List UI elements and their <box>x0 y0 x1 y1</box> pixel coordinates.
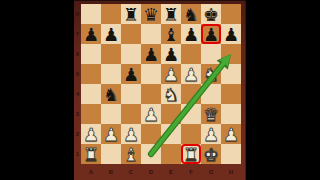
square-e2[interactable] <box>161 124 181 144</box>
square-d1[interactable] <box>141 144 161 164</box>
black-rook: ♜ <box>121 4 141 24</box>
black-knight: ♞ <box>181 4 201 24</box>
white-pawn: ♟ <box>201 124 221 144</box>
black-king: ♚ <box>201 4 221 24</box>
square-b8[interactable] <box>101 4 121 24</box>
square-f7[interactable]: ♟ <box>181 24 201 44</box>
square-c1[interactable]: ♝ <box>121 144 141 164</box>
white-pawn: ♟ <box>101 124 121 144</box>
square-a4[interactable] <box>81 84 101 104</box>
square-f2[interactable] <box>181 124 201 144</box>
square-g7[interactable]: ♟ <box>201 24 221 44</box>
file-label-a: A <box>81 164 101 180</box>
square-c6[interactable] <box>121 44 141 64</box>
square-f5[interactable]: ♟ <box>181 64 201 84</box>
black-pawn: ♟ <box>161 44 181 64</box>
white-king: ♚ <box>201 144 221 164</box>
square-e7[interactable]: ♝ <box>161 24 181 44</box>
square-h3[interactable] <box>221 104 241 124</box>
white-pawn: ♟ <box>181 64 201 84</box>
square-b5[interactable] <box>101 64 121 84</box>
square-a7[interactable]: ♟ <box>81 24 101 44</box>
rank-label-6: 6 <box>74 44 81 64</box>
square-f6[interactable] <box>181 44 201 64</box>
chess-board-frame: 87654321 ♜♛♜♞♚♟♟♝♟♟♟♟♟♟♟♟♞♞♞♟♛♟♟♟♟♟♜♝♜♚ … <box>74 0 246 180</box>
square-f1[interactable]: ♜ <box>181 144 201 164</box>
square-c4[interactable] <box>121 84 141 104</box>
white-knight: ♞ <box>201 64 221 84</box>
square-e1[interactable] <box>161 144 181 164</box>
square-c2[interactable]: ♟ <box>121 124 141 144</box>
file-label-b: B <box>101 164 121 180</box>
square-h5[interactable] <box>221 64 241 84</box>
video-frame: 87654321 ♜♛♜♞♚♟♟♝♟♟♟♟♟♟♟♟♞♞♞♟♛♟♟♟♟♟♜♝♜♚ … <box>0 0 320 180</box>
white-bishop: ♝ <box>121 144 141 164</box>
square-g4[interactable] <box>201 84 221 104</box>
square-e8[interactable]: ♜ <box>161 4 181 24</box>
square-e6[interactable]: ♟ <box>161 44 181 64</box>
square-a6[interactable] <box>81 44 101 64</box>
black-pawn: ♟ <box>141 44 161 64</box>
white-pawn: ♟ <box>221 124 241 144</box>
square-d8[interactable]: ♛ <box>141 4 161 24</box>
chess-board: ♜♛♜♞♚♟♟♝♟♟♟♟♟♟♟♟♞♞♞♟♛♟♟♟♟♟♜♝♜♚ <box>81 4 241 164</box>
rank-label-3: 3 <box>74 104 81 124</box>
square-h2[interactable]: ♟ <box>221 124 241 144</box>
square-e3[interactable] <box>161 104 181 124</box>
white-knight: ♞ <box>161 84 181 104</box>
rank-label-2: 2 <box>74 124 81 144</box>
white-pawn: ♟ <box>141 104 161 124</box>
black-pawn: ♟ <box>121 64 141 84</box>
white-rook: ♜ <box>81 144 101 164</box>
square-f4[interactable] <box>181 84 201 104</box>
square-b2[interactable]: ♟ <box>101 124 121 144</box>
black-pawn: ♟ <box>221 24 241 44</box>
white-pawn: ♟ <box>121 124 141 144</box>
square-e5[interactable]: ♟ <box>161 64 181 84</box>
black-pawn: ♟ <box>101 24 121 44</box>
square-b4[interactable]: ♞ <box>101 84 121 104</box>
black-pawn: ♟ <box>201 24 221 44</box>
square-d5[interactable] <box>141 64 161 84</box>
square-f8[interactable]: ♞ <box>181 4 201 24</box>
square-h6[interactable] <box>221 44 241 64</box>
square-d4[interactable] <box>141 84 161 104</box>
file-label-d: D <box>141 164 161 180</box>
square-f3[interactable] <box>181 104 201 124</box>
square-c7[interactable] <box>121 24 141 44</box>
file-labels: ABCDEFGH <box>81 164 241 180</box>
rank-labels: 87654321 <box>74 4 81 164</box>
square-g3[interactable]: ♛ <box>201 104 221 124</box>
square-a1[interactable]: ♜ <box>81 144 101 164</box>
square-a8[interactable] <box>81 4 101 24</box>
rank-label-1: 1 <box>74 144 81 164</box>
white-queen: ♛ <box>201 104 221 124</box>
white-rook: ♜ <box>181 144 201 164</box>
square-d7[interactable] <box>141 24 161 44</box>
square-g5[interactable]: ♞ <box>201 64 221 84</box>
square-g2[interactable]: ♟ <box>201 124 221 144</box>
file-label-e: E <box>161 164 181 180</box>
square-b7[interactable]: ♟ <box>101 24 121 44</box>
square-g6[interactable] <box>201 44 221 64</box>
square-b1[interactable] <box>101 144 121 164</box>
file-label-g: G <box>201 164 221 180</box>
square-d6[interactable]: ♟ <box>141 44 161 64</box>
file-label-f: F <box>181 164 201 180</box>
file-label-c: C <box>121 164 141 180</box>
black-bishop: ♝ <box>161 24 181 44</box>
square-b3[interactable] <box>101 104 121 124</box>
square-d3[interactable]: ♟ <box>141 104 161 124</box>
square-b6[interactable] <box>101 44 121 64</box>
highlight-f1 <box>181 144 201 164</box>
square-c5[interactable]: ♟ <box>121 64 141 84</box>
file-label-h: H <box>221 164 241 180</box>
square-g1[interactable]: ♚ <box>201 144 221 164</box>
rank-label-5: 5 <box>74 64 81 84</box>
black-pawn: ♟ <box>181 24 201 44</box>
black-rook: ♜ <box>161 4 181 24</box>
square-d2[interactable] <box>141 124 161 144</box>
square-h8[interactable] <box>221 4 241 24</box>
highlight-g7 <box>201 24 221 44</box>
white-pawn: ♟ <box>161 64 181 84</box>
square-c3[interactable] <box>121 104 141 124</box>
square-h1[interactable] <box>221 144 241 164</box>
rank-label-8: 8 <box>74 4 81 24</box>
square-a5[interactable] <box>81 64 101 84</box>
square-c8[interactable]: ♜ <box>121 4 141 24</box>
black-knight: ♞ <box>101 84 121 104</box>
square-a2[interactable]: ♟ <box>81 124 101 144</box>
square-g8[interactable]: ♚ <box>201 4 221 24</box>
black-queen: ♛ <box>141 4 161 24</box>
black-pawn: ♟ <box>81 24 101 44</box>
square-a3[interactable] <box>81 104 101 124</box>
square-e4[interactable]: ♞ <box>161 84 181 104</box>
rank-label-4: 4 <box>74 84 81 104</box>
square-h4[interactable] <box>221 84 241 104</box>
square-h7[interactable]: ♟ <box>221 24 241 44</box>
white-pawn: ♟ <box>81 124 101 144</box>
rank-label-7: 7 <box>74 24 81 44</box>
